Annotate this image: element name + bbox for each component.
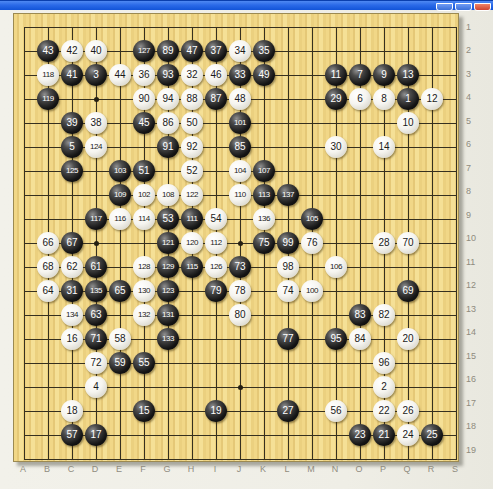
move-number: 22 xyxy=(378,406,389,416)
move-number: 58 xyxy=(114,334,125,344)
move-number: 115 xyxy=(186,263,198,271)
move-number: 132 xyxy=(138,311,150,319)
stone-black-47: 47 xyxy=(181,40,203,62)
stone-black-101: 101 xyxy=(229,112,251,134)
column-label-C: C xyxy=(63,464,79,474)
move-number: 63 xyxy=(90,310,101,320)
column-label-K: K xyxy=(255,464,271,474)
stone-white-20: 20 xyxy=(397,328,419,350)
go-record-window: 1234567891011121314151617181920212223242… xyxy=(0,0,493,489)
stone-white-10: 10 xyxy=(397,112,419,134)
stone-black-107: 107 xyxy=(253,160,275,182)
row-label-12: 12 xyxy=(466,280,482,290)
stone-white-12: 12 xyxy=(421,88,443,110)
move-number: 42 xyxy=(66,46,77,56)
stone-black-123: 123 xyxy=(157,280,179,302)
move-number: 104 xyxy=(234,167,246,175)
move-number: 112 xyxy=(210,239,222,247)
stone-white-74: 74 xyxy=(277,280,299,302)
move-number: 108 xyxy=(162,191,174,199)
stone-black-55: 55 xyxy=(133,352,155,374)
stone-black-89: 89 xyxy=(157,40,179,62)
move-number: 25 xyxy=(426,430,437,440)
move-number: 11 xyxy=(331,70,341,80)
move-number: 23 xyxy=(354,430,365,440)
column-label-S: S xyxy=(447,464,463,474)
stone-black-45: 45 xyxy=(133,112,155,134)
stone-grid: 1234567891011121314151617181920212223242… xyxy=(12,15,468,471)
column-label-Q: Q xyxy=(399,464,415,474)
stone-black-39: 39 xyxy=(61,112,83,134)
stone-white-2: 2 xyxy=(373,376,395,398)
move-number: 135 xyxy=(90,287,102,295)
move-number: 18 xyxy=(66,406,77,416)
move-number: 10 xyxy=(402,118,413,128)
move-number: 83 xyxy=(354,310,365,320)
move-number: 44 xyxy=(114,70,125,80)
move-number: 86 xyxy=(162,118,173,128)
move-number: 49 xyxy=(258,70,269,80)
move-number: 122 xyxy=(186,191,198,199)
row-label-5: 5 xyxy=(466,116,482,126)
stone-white-34: 34 xyxy=(229,40,251,62)
move-number: 66 xyxy=(42,238,53,248)
stone-white-92: 92 xyxy=(181,136,203,158)
stone-black-119: 119 xyxy=(37,88,59,110)
stone-black-41: 41 xyxy=(61,64,83,86)
row-label-6: 6 xyxy=(466,139,482,149)
stone-white-134: 134 xyxy=(61,304,83,326)
move-number: 127 xyxy=(138,47,150,55)
stone-white-4: 4 xyxy=(85,376,107,398)
stone-white-14: 14 xyxy=(373,136,395,158)
move-number: 84 xyxy=(354,334,365,344)
row-label-7: 7 xyxy=(466,163,482,173)
stone-black-29: 29 xyxy=(325,88,347,110)
minimize-button[interactable] xyxy=(436,3,453,11)
move-number: 4 xyxy=(93,382,99,392)
stone-white-120: 120 xyxy=(181,232,203,254)
stone-white-112: 112 xyxy=(205,232,227,254)
stone-black-135: 135 xyxy=(85,280,107,302)
row-label-2: 2 xyxy=(466,45,482,55)
move-number: 45 xyxy=(138,118,149,128)
stone-white-22: 22 xyxy=(373,400,395,422)
stone-white-40: 40 xyxy=(85,40,107,62)
move-number: 61 xyxy=(90,262,101,272)
move-number: 111 xyxy=(187,215,198,223)
move-number: 55 xyxy=(138,358,149,368)
stone-black-131: 131 xyxy=(157,304,179,326)
column-label-G: G xyxy=(159,464,175,474)
stone-black-73: 73 xyxy=(229,256,251,278)
stone-white-24: 24 xyxy=(397,424,419,446)
move-number: 16 xyxy=(66,334,77,344)
stone-white-36: 36 xyxy=(133,64,155,86)
move-number: 102 xyxy=(138,191,150,199)
stone-black-109: 109 xyxy=(109,184,131,206)
stone-black-103: 103 xyxy=(109,160,131,182)
column-label-M: M xyxy=(303,464,319,474)
move-number: 64 xyxy=(42,286,53,296)
stone-black-129: 129 xyxy=(157,256,179,278)
stone-black-121: 121 xyxy=(157,232,179,254)
move-number: 69 xyxy=(402,286,413,296)
move-number: 118 xyxy=(42,71,54,79)
move-number: 123 xyxy=(162,287,174,295)
stone-black-37: 37 xyxy=(205,40,227,62)
stone-white-108: 108 xyxy=(157,184,179,206)
stone-white-50: 50 xyxy=(181,112,203,134)
move-number: 8 xyxy=(381,94,387,104)
row-label-4: 4 xyxy=(466,92,482,102)
stone-white-118: 118 xyxy=(37,64,59,86)
move-number: 15 xyxy=(138,406,149,416)
move-number: 85 xyxy=(234,142,245,152)
move-number: 106 xyxy=(330,263,342,271)
stone-black-63: 63 xyxy=(85,304,107,326)
column-label-J: J xyxy=(231,464,247,474)
stone-white-70: 70 xyxy=(397,232,419,254)
stone-white-64: 64 xyxy=(37,280,59,302)
move-number: 67 xyxy=(66,238,77,248)
move-number: 46 xyxy=(210,70,221,80)
stone-black-51: 51 xyxy=(133,160,155,182)
stone-black-3: 3 xyxy=(85,64,107,86)
stone-white-106: 106 xyxy=(325,256,347,278)
move-number: 88 xyxy=(186,94,197,104)
move-number: 101 xyxy=(234,119,246,127)
stone-black-111: 111 xyxy=(181,208,203,230)
stone-white-18: 18 xyxy=(61,400,83,422)
stone-white-84: 84 xyxy=(349,328,371,350)
stone-black-77: 77 xyxy=(277,328,299,350)
stone-black-91: 91 xyxy=(157,136,179,158)
stone-black-25: 25 xyxy=(421,424,443,446)
move-number: 136 xyxy=(258,215,270,223)
stone-white-98: 98 xyxy=(277,256,299,278)
stone-black-99: 99 xyxy=(277,232,299,254)
stone-white-54: 54 xyxy=(205,208,227,230)
move-number: 126 xyxy=(210,263,222,271)
move-number: 109 xyxy=(114,191,126,199)
move-number: 47 xyxy=(186,46,197,56)
move-number: 98 xyxy=(282,262,293,272)
move-number: 9 xyxy=(381,70,387,80)
stone-white-114: 114 xyxy=(133,208,155,230)
stone-black-5: 5 xyxy=(61,136,83,158)
stone-black-125: 125 xyxy=(61,160,83,182)
column-label-L: L xyxy=(279,464,295,474)
stone-black-117: 117 xyxy=(85,208,107,230)
move-number: 119 xyxy=(42,95,54,103)
stone-white-128: 128 xyxy=(133,256,155,278)
move-number: 1 xyxy=(405,94,411,104)
move-number: 31 xyxy=(66,286,77,296)
stone-black-113: 113 xyxy=(253,184,275,206)
stone-white-16: 16 xyxy=(61,328,83,350)
move-number: 75 xyxy=(258,238,269,248)
stone-white-68: 68 xyxy=(37,256,59,278)
stone-white-32: 32 xyxy=(181,64,203,86)
stone-white-130: 130 xyxy=(133,280,155,302)
stone-white-26: 26 xyxy=(397,400,419,422)
stone-black-53: 53 xyxy=(157,208,179,230)
stone-white-136: 136 xyxy=(253,208,275,230)
move-number: 137 xyxy=(282,191,294,199)
stone-black-31: 31 xyxy=(61,280,83,302)
stone-black-79: 79 xyxy=(205,280,227,302)
row-label-13: 13 xyxy=(466,304,482,314)
move-number: 40 xyxy=(90,46,101,56)
move-number: 93 xyxy=(162,70,173,80)
move-number: 110 xyxy=(234,191,246,199)
column-label-H: H xyxy=(183,464,199,474)
move-number: 37 xyxy=(210,46,221,56)
move-number: 117 xyxy=(90,215,102,223)
move-number: 17 xyxy=(90,430,101,440)
move-number: 50 xyxy=(186,118,197,128)
stone-white-76: 76 xyxy=(301,232,323,254)
row-label-11: 11 xyxy=(466,257,482,267)
stone-white-6: 6 xyxy=(349,88,371,110)
move-number: 71 xyxy=(90,334,101,344)
stone-black-17: 17 xyxy=(85,424,107,446)
move-number: 7 xyxy=(357,70,363,80)
move-number: 56 xyxy=(330,406,341,416)
stone-white-56: 56 xyxy=(325,400,347,422)
move-number: 124 xyxy=(90,143,102,151)
move-number: 134 xyxy=(66,311,78,319)
move-number: 24 xyxy=(402,430,413,440)
stone-white-90: 90 xyxy=(133,88,155,110)
stone-black-1: 1 xyxy=(397,88,419,110)
maximize-button[interactable] xyxy=(455,3,472,11)
move-number: 72 xyxy=(90,358,101,368)
move-number: 91 xyxy=(162,142,173,152)
stone-black-23: 23 xyxy=(349,424,371,446)
move-number: 51 xyxy=(138,166,149,176)
window-titlebar[interactable] xyxy=(0,0,493,10)
stone-white-82: 82 xyxy=(373,304,395,326)
stone-white-28: 28 xyxy=(373,232,395,254)
move-number: 114 xyxy=(138,215,150,223)
move-number: 65 xyxy=(114,286,125,296)
move-number: 6 xyxy=(357,94,363,104)
stone-white-100: 100 xyxy=(301,280,323,302)
stone-black-69: 69 xyxy=(397,280,419,302)
move-number: 96 xyxy=(378,358,389,368)
move-number: 99 xyxy=(282,238,293,248)
stone-white-94: 94 xyxy=(157,88,179,110)
move-number: 26 xyxy=(402,406,413,416)
stone-white-52: 52 xyxy=(181,160,203,182)
move-number: 79 xyxy=(210,286,221,296)
column-label-R: R xyxy=(423,464,439,474)
row-label-18: 18 xyxy=(466,421,482,431)
move-number: 38 xyxy=(90,118,101,128)
stone-black-85: 85 xyxy=(229,136,251,158)
column-label-B: B xyxy=(39,464,55,474)
move-number: 19 xyxy=(210,406,221,416)
stone-black-27: 27 xyxy=(277,400,299,422)
stone-black-105: 105 xyxy=(301,208,323,230)
move-number: 35 xyxy=(258,46,269,56)
stone-black-95: 95 xyxy=(325,328,347,350)
column-label-N: N xyxy=(327,464,343,474)
stone-white-62: 62 xyxy=(61,256,83,278)
move-number: 130 xyxy=(138,287,150,295)
stone-black-127: 127 xyxy=(133,40,155,62)
stone-black-43: 43 xyxy=(37,40,59,62)
stone-black-71: 71 xyxy=(85,328,107,350)
column-label-P: P xyxy=(375,464,391,474)
stone-white-42: 42 xyxy=(61,40,83,62)
stone-black-49: 49 xyxy=(253,64,275,86)
stone-black-7: 7 xyxy=(349,64,371,86)
move-number: 80 xyxy=(234,310,245,320)
close-button[interactable] xyxy=(474,3,491,11)
stone-white-48: 48 xyxy=(229,88,251,110)
stone-black-21: 21 xyxy=(373,424,395,446)
stone-black-87: 87 xyxy=(205,88,227,110)
stone-white-126: 126 xyxy=(205,256,227,278)
move-number: 107 xyxy=(258,167,270,175)
move-number: 53 xyxy=(162,214,173,224)
row-label-3: 3 xyxy=(466,69,482,79)
move-number: 12 xyxy=(426,94,437,104)
stone-black-61: 61 xyxy=(85,256,107,278)
stone-black-57: 57 xyxy=(61,424,83,446)
move-number: 20 xyxy=(402,334,413,344)
move-number: 27 xyxy=(282,406,293,416)
column-label-E: E xyxy=(111,464,127,474)
stone-black-137: 137 xyxy=(277,184,299,206)
move-number: 30 xyxy=(330,142,341,152)
move-number: 43 xyxy=(42,46,53,56)
move-number: 3 xyxy=(93,70,99,80)
move-number: 87 xyxy=(210,94,221,104)
stone-white-30: 30 xyxy=(325,136,347,158)
row-label-15: 15 xyxy=(466,351,482,361)
move-number: 76 xyxy=(306,238,317,248)
stone-white-124: 124 xyxy=(85,136,107,158)
stone-black-15: 15 xyxy=(133,400,155,422)
move-number: 113 xyxy=(258,191,270,199)
row-label-1: 1 xyxy=(466,22,482,32)
stone-black-11: 11 xyxy=(325,64,347,86)
move-number: 129 xyxy=(162,263,174,271)
stone-white-72: 72 xyxy=(85,352,107,374)
move-number: 54 xyxy=(210,214,221,224)
stone-white-58: 58 xyxy=(109,328,131,350)
move-number: 21 xyxy=(378,430,389,440)
move-number: 41 xyxy=(66,70,77,80)
stone-black-9: 9 xyxy=(373,64,395,86)
move-number: 29 xyxy=(330,94,341,104)
row-label-17: 17 xyxy=(466,398,482,408)
stone-white-132: 132 xyxy=(133,304,155,326)
row-label-14: 14 xyxy=(466,327,482,337)
move-number: 28 xyxy=(378,238,389,248)
move-number: 100 xyxy=(306,287,318,295)
stone-white-8: 8 xyxy=(373,88,395,110)
row-label-9: 9 xyxy=(466,210,482,220)
row-label-16: 16 xyxy=(466,374,482,384)
move-number: 128 xyxy=(138,263,150,271)
move-number: 52 xyxy=(186,166,197,176)
move-number: 5 xyxy=(69,142,75,152)
stone-white-104: 104 xyxy=(229,160,251,182)
stone-white-86: 86 xyxy=(157,112,179,134)
stone-white-116: 116 xyxy=(109,208,131,230)
row-label-19: 19 xyxy=(466,445,482,455)
move-number: 92 xyxy=(186,142,197,152)
move-number: 121 xyxy=(162,239,174,247)
move-number: 95 xyxy=(330,334,341,344)
move-number: 74 xyxy=(282,286,293,296)
column-label-I: I xyxy=(207,464,223,474)
move-number: 14 xyxy=(378,142,389,152)
stone-white-88: 88 xyxy=(181,88,203,110)
stone-black-33: 33 xyxy=(229,64,251,86)
move-number: 13 xyxy=(402,70,413,80)
move-number: 116 xyxy=(114,215,126,223)
move-number: 70 xyxy=(402,238,413,248)
move-number: 90 xyxy=(138,94,149,104)
stone-black-75: 75 xyxy=(253,232,275,254)
move-number: 131 xyxy=(162,311,174,319)
move-number: 34 xyxy=(234,46,245,56)
move-number: 133 xyxy=(162,335,174,343)
stone-white-102: 102 xyxy=(133,184,155,206)
stone-white-44: 44 xyxy=(109,64,131,86)
move-number: 77 xyxy=(282,334,293,344)
stone-black-67: 67 xyxy=(61,232,83,254)
column-label-F: F xyxy=(135,464,151,474)
move-number: 78 xyxy=(234,286,245,296)
move-number: 59 xyxy=(114,358,125,368)
stone-black-13: 13 xyxy=(397,64,419,86)
column-label-D: D xyxy=(87,464,103,474)
move-number: 82 xyxy=(378,310,389,320)
column-label-A: A xyxy=(15,464,31,474)
go-board[interactable]: 1234567891011121314151617181920212223242… xyxy=(13,13,459,462)
move-number: 94 xyxy=(162,94,173,104)
stone-white-96: 96 xyxy=(373,352,395,374)
stone-black-65: 65 xyxy=(109,280,131,302)
stone-white-46: 46 xyxy=(205,64,227,86)
move-number: 105 xyxy=(306,215,318,223)
stone-white-66: 66 xyxy=(37,232,59,254)
move-number: 2 xyxy=(381,382,387,392)
stone-black-133: 133 xyxy=(157,328,179,350)
row-label-8: 8 xyxy=(466,186,482,196)
move-number: 33 xyxy=(234,70,245,80)
stone-black-115: 115 xyxy=(181,256,203,278)
move-number: 73 xyxy=(234,262,245,272)
move-number: 57 xyxy=(66,430,77,440)
move-number: 39 xyxy=(66,118,77,128)
move-number: 36 xyxy=(138,70,149,80)
stone-white-80: 80 xyxy=(229,304,251,326)
stone-white-78: 78 xyxy=(229,280,251,302)
move-number: 120 xyxy=(186,239,198,247)
stone-black-59: 59 xyxy=(109,352,131,374)
move-number: 125 xyxy=(66,167,78,175)
move-number: 32 xyxy=(186,70,197,80)
stone-black-19: 19 xyxy=(205,400,227,422)
